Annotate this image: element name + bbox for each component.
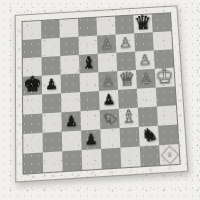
square-a5: ♚ — [23, 76, 42, 96]
square-e1 — [101, 148, 121, 169]
square-c8 — [60, 19, 79, 38]
file-label-e: e — [102, 167, 122, 176]
file-label-a: a — [23, 172, 43, 181]
square-a7 — [23, 39, 42, 58]
square-g8: ♛ — [133, 14, 152, 33]
rank-label-2: 2 — [16, 134, 23, 154]
square-d7 — [78, 36, 97, 55]
rank-label-1: 1 — [16, 154, 23, 174]
square-b8 — [41, 20, 60, 39]
square-c2 — [62, 130, 82, 151]
square-c5 — [61, 73, 80, 93]
square-e8 — [96, 17, 115, 36]
square-f3: ♗ — [119, 108, 139, 128]
square-f1 — [120, 146, 140, 167]
square-g1 — [140, 145, 160, 166]
square-f5: ♕ — [117, 70, 137, 90]
white-queen: ♕ — [118, 69, 136, 89]
file-label-g: g — [141, 165, 161, 174]
square-e2 — [100, 128, 120, 149]
square-a2 — [23, 133, 43, 154]
square-g6: ♙ — [135, 50, 155, 70]
square-d2: ♟ — [81, 129, 101, 150]
square-b1 — [43, 151, 63, 172]
square-g2: ♞ — [139, 126, 159, 147]
square-b3 — [42, 112, 62, 133]
square-b2 — [43, 132, 63, 153]
white-pawn-e5: ♙ — [102, 73, 115, 88]
square-a8 — [23, 21, 42, 40]
rank-label-4: 4 — [16, 96, 23, 116]
square-g5: ♙ — [136, 69, 156, 89]
square-c3: ♟ — [61, 111, 81, 131]
white-pawn-g5: ♙ — [139, 70, 152, 85]
square-a3 — [23, 114, 42, 135]
black-bishop: ♝ — [81, 54, 96, 70]
square-h5: ♔ — [155, 68, 175, 88]
black-pawn-e4: ♟ — [102, 91, 115, 106]
square-g3 — [138, 107, 158, 127]
rank-labels: 87654321 — [16, 22, 24, 174]
board-squares: ♛♙♙♝♙♚♟♙♕♙♔♟♟♘♗♟♞♛ — [23, 13, 180, 173]
square-g7 — [134, 32, 154, 51]
black-king: ♚ — [23, 73, 42, 95]
black-pawn-b5: ♟ — [45, 76, 58, 91]
square-e3: ♘ — [100, 109, 120, 129]
square-a1 — [23, 152, 43, 173]
square-e7: ♙ — [97, 34, 116, 53]
square-h4 — [156, 86, 176, 106]
square-b7 — [41, 38, 60, 57]
square-e6 — [98, 53, 117, 73]
square-c6 — [60, 55, 79, 75]
square-d5 — [80, 72, 99, 92]
rank-label-8: 8 — [16, 22, 23, 40]
rank-label-6: 6 — [16, 58, 23, 77]
square-h8 — [152, 13, 172, 32]
square-d6: ♝ — [79, 54, 98, 74]
white-bishop: ♗ — [121, 107, 137, 125]
chess-board: ♛♙♙♝♙♚♟♙♕♙♔♟♟♘♗♟♞♛ abcdefgh 87654321 ···… — [15, 5, 189, 182]
square-f4 — [118, 89, 138, 109]
white-pawn-e7: ♙ — [100, 36, 113, 50]
black-pawn-c3: ♟ — [65, 113, 78, 128]
square-f2 — [120, 127, 140, 148]
white-pawn-f7: ♙ — [119, 35, 132, 49]
square-g4 — [137, 88, 157, 108]
photo-of-chessboard: { "game": "chess", "scene": "overhead gr… — [0, 0, 200, 200]
file-label-f: f — [121, 166, 141, 175]
square-c1 — [62, 150, 82, 171]
square-d1 — [82, 149, 102, 170]
rank-label-5: 5 — [16, 77, 23, 96]
square-c7 — [60, 37, 79, 56]
square-a6 — [23, 57, 42, 77]
square-b4 — [42, 93, 61, 113]
square-e4: ♟ — [99, 90, 119, 110]
black-knight: ♞ — [139, 124, 158, 145]
black-pawn-d2: ♟ — [84, 131, 97, 146]
rank-label-3: 3 — [16, 115, 23, 135]
square-c4 — [61, 92, 81, 112]
rank-label-7: 7 — [16, 40, 23, 59]
square-d4 — [80, 91, 100, 111]
square-e5: ♙ — [98, 71, 118, 91]
file-label-c: c — [63, 170, 83, 179]
white-king: ♔ — [155, 65, 175, 87]
corner-logo: ♛ — [160, 145, 179, 164]
square-f7: ♙ — [116, 33, 135, 52]
square-d8 — [78, 18, 97, 37]
square-h7 — [153, 31, 173, 50]
square-b6 — [42, 56, 61, 76]
white-knight: ♘ — [99, 107, 120, 129]
square-f6 — [116, 52, 136, 72]
file-label-d: d — [82, 169, 102, 178]
square-h2 — [158, 125, 178, 146]
square-a4 — [23, 94, 42, 114]
black-queen: ♛ — [134, 12, 152, 32]
square-h6 — [154, 49, 174, 69]
file-label-h: h — [160, 164, 180, 173]
square-h1: ♛ — [159, 144, 180, 165]
file-label-b: b — [43, 171, 63, 180]
square-d3 — [81, 110, 101, 130]
square-b5: ♟ — [42, 75, 61, 95]
square-f8 — [115, 15, 134, 34]
white-pawn-g6: ♙ — [138, 52, 151, 66]
square-h3 — [157, 105, 177, 125]
